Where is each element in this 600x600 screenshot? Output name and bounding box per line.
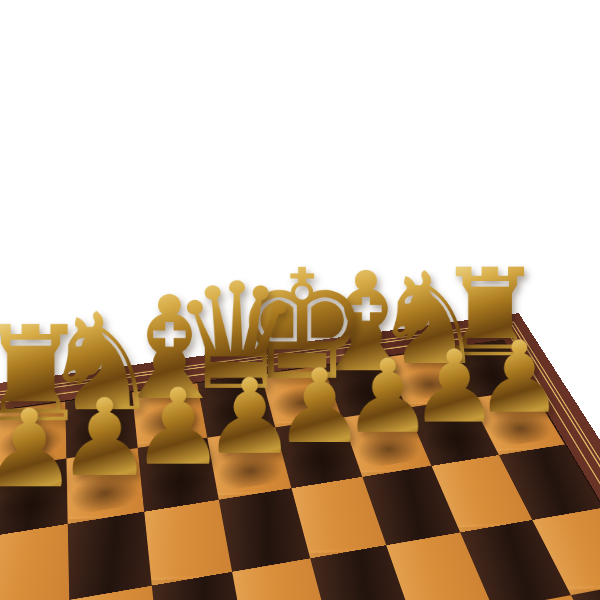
square-c6: [144, 500, 232, 586]
square-b5: [69, 586, 160, 600]
square-a6: [0, 524, 69, 600]
square-b6: [68, 512, 152, 600]
piece-gold-pawn-a7: ♟: [0, 395, 78, 503]
chess-board-frame: ♜♞♝♛♚♝♞♜♟♟♟♟♟♟♟♟: [0, 313, 600, 600]
product-photo-scene: ♜♞♝♛♚♝♞♜♟♟♟♟♟♟♟♟: [0, 0, 600, 600]
chess-board: ♜♞♝♛♚♝♞♜♟♟♟♟♟♟♟♟: [0, 341, 600, 600]
square-b7: ♟: [66, 448, 144, 524]
